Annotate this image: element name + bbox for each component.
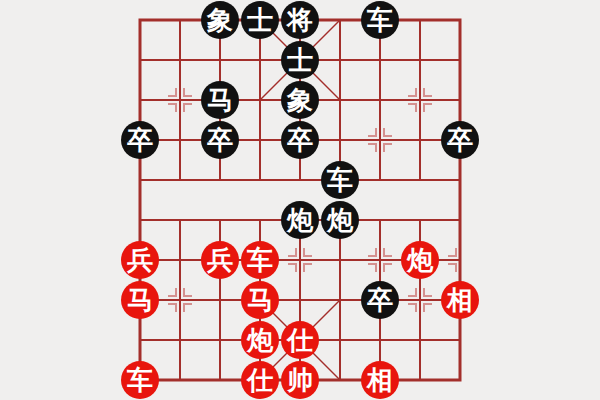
piece-black-horse[interactable]: 马 [201, 81, 239, 119]
piece-red-general[interactable]: 帅 [281, 361, 319, 399]
piece-red-advisor[interactable]: 仕 [241, 361, 279, 399]
piece-black-soldier[interactable]: 卒 [121, 121, 159, 159]
piece-black-elephant[interactable]: 象 [281, 81, 319, 119]
piece-black-soldier[interactable]: 卒 [361, 281, 399, 319]
piece-black-soldier[interactable]: 卒 [201, 121, 239, 159]
piece-red-horse[interactable]: 马 [241, 281, 279, 319]
piece-red-cannon[interactable]: 炮 [241, 321, 279, 359]
piece-red-cannon[interactable]: 炮 [401, 241, 439, 279]
piece-red-elephant[interactable]: 相 [441, 281, 479, 319]
piece-black-advisor[interactable]: 士 [281, 41, 319, 79]
piece-black-elephant[interactable]: 象 [201, 1, 239, 39]
piece-red-chariot[interactable]: 车 [121, 361, 159, 399]
piece-black-soldier[interactable]: 卒 [441, 121, 479, 159]
piece-black-advisor[interactable]: 士 [241, 1, 279, 39]
piece-red-soldier[interactable]: 兵 [201, 241, 239, 279]
pieces-layer: 象士将车士马象卒卒卒卒车炮炮卒兵兵车炮马马相炮仕车仕帅相 [120, 0, 480, 400]
piece-red-horse[interactable]: 马 [121, 281, 159, 319]
piece-red-soldier[interactable]: 兵 [121, 241, 159, 279]
xiangqi-app-background: 象士将车士马象卒卒卒卒车炮炮卒兵兵车炮马马相炮仕车仕帅相 [0, 0, 600, 400]
piece-red-advisor[interactable]: 仕 [281, 321, 319, 359]
piece-black-soldier[interactable]: 卒 [281, 121, 319, 159]
piece-black-general[interactable]: 将 [281, 1, 319, 39]
piece-red-chariot[interactable]: 车 [241, 241, 279, 279]
piece-red-elephant[interactable]: 相 [361, 361, 399, 399]
piece-black-chariot[interactable]: 车 [361, 1, 399, 39]
piece-black-chariot[interactable]: 车 [321, 161, 359, 199]
piece-black-cannon[interactable]: 炮 [321, 201, 359, 239]
piece-black-cannon[interactable]: 炮 [281, 201, 319, 239]
